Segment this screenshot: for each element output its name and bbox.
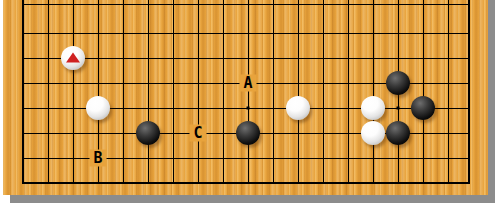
point-label-c: C bbox=[190, 125, 207, 142]
grid-line-vertical bbox=[298, 0, 299, 184]
grid-line-vertical bbox=[22, 0, 24, 184]
grid-line-vertical bbox=[323, 0, 324, 184]
grid-line-horizontal bbox=[23, 182, 470, 184]
grid-line-vertical bbox=[448, 0, 449, 184]
grid-line-vertical bbox=[173, 0, 174, 184]
point-label-b: B bbox=[90, 150, 107, 167]
grid-line-vertical bbox=[373, 0, 374, 184]
grid-line-vertical bbox=[148, 0, 149, 184]
star-point bbox=[397, 107, 400, 110]
grid-line-vertical bbox=[73, 0, 74, 184]
grid-line-vertical bbox=[248, 0, 249, 184]
grid-line-vertical bbox=[423, 0, 424, 184]
point-label-a: A bbox=[240, 75, 257, 92]
grid-line-vertical bbox=[198, 0, 199, 184]
stone-white bbox=[86, 96, 110, 120]
grid-line-vertical bbox=[48, 0, 49, 184]
go-board[interactable]: ABC bbox=[3, 0, 488, 195]
grid-line-horizontal bbox=[23, 58, 470, 59]
triangle-marker-icon bbox=[66, 52, 80, 62]
stone-white bbox=[361, 96, 385, 120]
stone-black bbox=[236, 121, 260, 145]
stone-white bbox=[361, 121, 385, 145]
stone-black bbox=[386, 121, 410, 145]
go-diagram: ABC bbox=[0, 0, 500, 210]
grid-line-vertical bbox=[348, 0, 349, 184]
stone-black bbox=[411, 96, 435, 120]
grid-line-vertical bbox=[123, 0, 124, 184]
grid-line-vertical bbox=[273, 0, 274, 184]
grid-line-vertical bbox=[468, 0, 470, 184]
grid-line-vertical bbox=[223, 0, 224, 184]
stone-black bbox=[136, 121, 160, 145]
grid-line-horizontal bbox=[23, 33, 470, 34]
stone-white bbox=[61, 46, 85, 70]
stone-black bbox=[386, 71, 410, 95]
star-point bbox=[247, 107, 250, 110]
stone-white bbox=[286, 96, 310, 120]
grid-line-horizontal bbox=[23, 4, 470, 5]
